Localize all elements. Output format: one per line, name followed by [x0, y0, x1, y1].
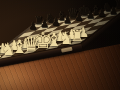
- piece-black-rook-h8: ♜: [105, 0, 120, 11]
- piece-white-king-e1: ♚: [29, 30, 57, 52]
- piece-white-knight-g1: ♞: [52, 30, 80, 47]
- piece-white-rook-h1: ♜: [63, 28, 91, 44]
- piece-black-pawn-c7: ♟: [42, 17, 70, 27]
- piece-white-pawn-h2: ♟: [69, 26, 97, 39]
- piece-black-pawn-a7: ♟: [19, 21, 47, 31]
- chess-set-photo: ♜♞♝♛♚♝♞♜♟♟♟♟♟♟♟♟♟♟♟♟♟♟♟♟♜♞♝♛♚♝♞♜: [0, 0, 120, 90]
- piece-white-bishop-f1: ♝: [40, 31, 68, 49]
- piece-black-pawn-b7: ♟: [30, 19, 58, 29]
- piece-black-rook-a8: ♜: [25, 16, 53, 27]
- piece-white-pawn-e2: ♟: [35, 33, 63, 46]
- piece-white-pawn-a2: ♟: [0, 42, 17, 55]
- piece-black-pawn-f7: ♟: [76, 10, 104, 20]
- piece-white-pawn-g2: ♟: [58, 28, 86, 41]
- piece-black-pawn-d7: ♟: [53, 15, 81, 25]
- piece-black-pawn-e7: ♟: [65, 12, 93, 22]
- piece-white-pawn-d2: ♟: [23, 35, 51, 48]
- piece-black-pawn-h7: ♟: [99, 6, 120, 16]
- piece-white-pawn-c2: ♟: [12, 37, 40, 50]
- piece-black-queen-d8: ♛: [59, 7, 87, 21]
- piece-white-rook-a1: ♜: [0, 44, 11, 60]
- piece-black-king-e8: ♚: [71, 4, 99, 19]
- piece-black-bishop-f8: ♝: [82, 4, 110, 17]
- piece-black-knight-b8: ♞: [36, 13, 64, 25]
- piece-black-bishop-c8: ♝: [48, 10, 76, 23]
- piece-white-queen-d1: ♛: [17, 34, 45, 54]
- piece-white-bishop-c1: ♝: [6, 38, 34, 56]
- piece-black-pawn-g7: ♟: [88, 8, 116, 18]
- piece-layer: ♜♞♝♛♚♝♞♜♟♟♟♟♟♟♟♟♟♟♟♟♟♟♟♟♜♞♝♛♚♝♞♜: [0, 0, 120, 90]
- piece-white-pawn-f2: ♟: [46, 30, 74, 43]
- piece-white-knight-b1: ♞: [0, 41, 22, 58]
- piece-white-pawn-b2: ♟: [0, 39, 28, 52]
- piece-black-knight-g8: ♞: [94, 2, 120, 14]
